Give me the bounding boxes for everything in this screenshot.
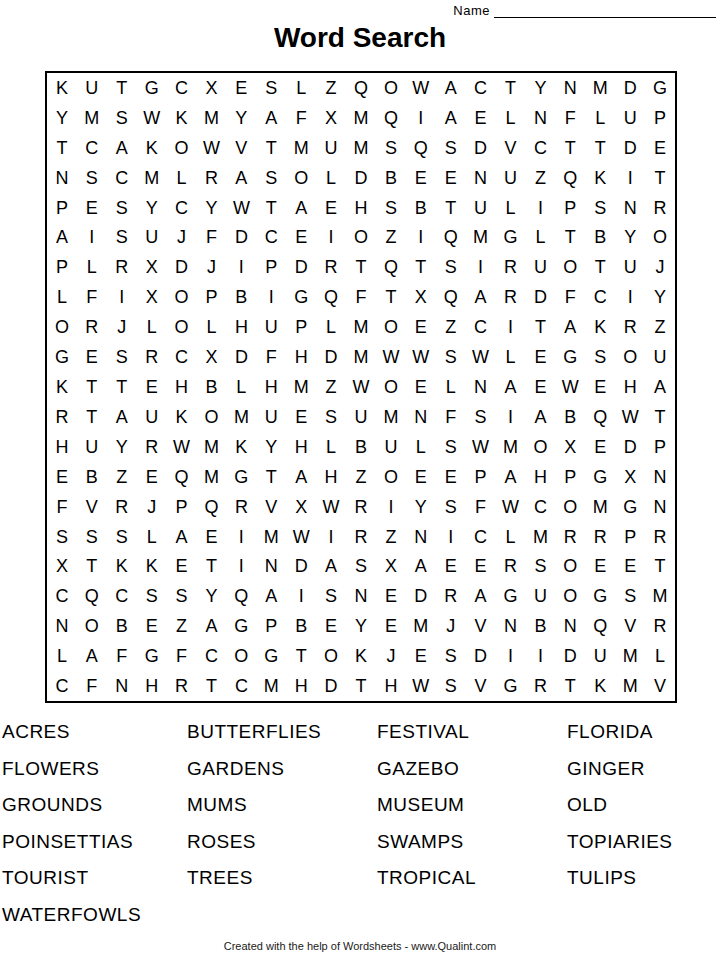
grid-cell-r19c6[interactable]: A (197, 611, 227, 641)
grid-cell-r21c19[interactable]: K (585, 671, 615, 701)
grid-cell-r17c20[interactable]: E (615, 551, 645, 581)
grid-cell-r2c11[interactable]: M (346, 103, 376, 133)
grid-cell-r8c12[interactable]: T (376, 282, 406, 312)
grid-cell-r15c7[interactable]: R (226, 492, 256, 522)
grid-cell-r9c4[interactable]: L (137, 312, 167, 342)
grid-cell-r11c15[interactable]: N (466, 372, 496, 402)
grid-cell-r2c1[interactable]: Y (47, 103, 77, 133)
grid-cell-r18c9[interactable]: I (286, 581, 316, 611)
grid-cell-r13c13[interactable]: L (406, 432, 436, 462)
grid-cell-r5c15[interactable]: U (466, 193, 496, 223)
grid-cell-r18c2[interactable]: Q (77, 581, 107, 611)
grid-cell-r17c21[interactable]: T (645, 551, 675, 581)
grid-cell-r18c8[interactable]: A (256, 581, 286, 611)
grid-cell-r3c13[interactable]: Q (406, 133, 436, 163)
grid-cell-r1c3[interactable]: T (107, 73, 137, 103)
grid-cell-r2c9[interactable]: F (286, 103, 316, 133)
grid-cell-r10c10[interactable]: D (316, 342, 346, 372)
grid-cell-r13c16[interactable]: M (496, 432, 526, 462)
grid-cell-r10c15[interactable]: W (466, 342, 496, 372)
grid-cell-r18c10[interactable]: S (316, 581, 346, 611)
grid-cell-r18c6[interactable]: Y (197, 581, 227, 611)
grid-cell-r14c19[interactable]: G (585, 462, 615, 492)
grid-cell-r17c1[interactable]: X (47, 551, 77, 581)
grid-cell-r1c18[interactable]: N (555, 73, 585, 103)
grid-cell-r6c20[interactable]: Y (615, 223, 645, 253)
grid-cell-r19c1[interactable]: N (47, 611, 77, 641)
grid-cell-r1c20[interactable]: D (615, 73, 645, 103)
grid-cell-r19c12[interactable]: E (376, 611, 406, 641)
grid-cell-r18c16[interactable]: G (496, 581, 526, 611)
grid-cell-r6c5[interactable]: J (167, 223, 197, 253)
grid-cell-r13c4[interactable]: R (137, 432, 167, 462)
grid-cell-r11c11[interactable]: W (346, 372, 376, 402)
grid-cell-r13c14[interactable]: S (436, 432, 466, 462)
grid-cell-r19c16[interactable]: N (496, 611, 526, 641)
grid-cell-r3c4[interactable]: K (137, 133, 167, 163)
grid-cell-r21c9[interactable]: H (286, 671, 316, 701)
grid-cell-r6c11[interactable]: O (346, 223, 376, 253)
grid-cell-r4c18[interactable]: Q (555, 163, 585, 193)
grid-cell-r21c14[interactable]: S (436, 671, 466, 701)
grid-cell-r5c5[interactable]: C (167, 193, 197, 223)
grid-cell-r9c12[interactable]: O (376, 312, 406, 342)
grid-cell-r18c13[interactable]: D (406, 581, 436, 611)
grid-cell-r14c4[interactable]: E (137, 462, 167, 492)
grid-cell-r16c16[interactable]: L (496, 522, 526, 552)
grid-cell-r3c9[interactable]: M (286, 133, 316, 163)
grid-cell-r13c2[interactable]: U (77, 432, 107, 462)
grid-cell-r17c12[interactable]: X (376, 551, 406, 581)
grid-cell-r4c13[interactable]: E (406, 163, 436, 193)
grid-cell-r21c5[interactable]: R (167, 671, 197, 701)
grid-cell-r3c21[interactable]: E (645, 133, 675, 163)
grid-cell-r17c6[interactable]: T (197, 551, 227, 581)
grid-cell-r9c11[interactable]: M (346, 312, 376, 342)
grid-cell-r13c9[interactable]: H (286, 432, 316, 462)
grid-cell-r21c3[interactable]: N (107, 671, 137, 701)
grid-cell-r5c17[interactable]: I (525, 193, 555, 223)
grid-cell-r4c21[interactable]: T (645, 163, 675, 193)
grid-cell-r20c21[interactable]: L (645, 641, 675, 671)
grid-cell-r14c6[interactable]: M (197, 462, 227, 492)
grid-cell-r4c12[interactable]: B (376, 163, 406, 193)
grid-cell-r16c2[interactable]: S (77, 522, 107, 552)
grid-cell-r12c21[interactable]: T (645, 402, 675, 432)
grid-cell-r7c13[interactable]: T (406, 252, 436, 282)
grid-cell-r17c17[interactable]: S (525, 551, 555, 581)
grid-cell-r18c17[interactable]: U (525, 581, 555, 611)
grid-cell-r21c2[interactable]: F (77, 671, 107, 701)
name-input-line[interactable] (494, 3, 716, 18)
grid-cell-r16c7[interactable]: I (226, 522, 256, 552)
grid-cell-r2c12[interactable]: Q (376, 103, 406, 133)
grid-cell-r1c16[interactable]: T (496, 73, 526, 103)
grid-cell-r8c16[interactable]: R (496, 282, 526, 312)
grid-cell-r14c8[interactable]: T (256, 462, 286, 492)
grid-cell-r11c16[interactable]: A (496, 372, 526, 402)
grid-cell-r12c3[interactable]: A (107, 402, 137, 432)
grid-cell-r5c12[interactable]: S (376, 193, 406, 223)
grid-cell-r12c12[interactable]: M (376, 402, 406, 432)
grid-cell-r9c10[interactable]: L (316, 312, 346, 342)
grid-cell-r11c14[interactable]: L (436, 372, 466, 402)
grid-cell-r15c15[interactable]: F (466, 492, 496, 522)
grid-cell-r3c1[interactable]: T (47, 133, 77, 163)
grid-cell-r13c5[interactable]: W (167, 432, 197, 462)
grid-cell-r10c19[interactable]: S (585, 342, 615, 372)
grid-cell-r11c3[interactable]: T (107, 372, 137, 402)
grid-cell-r13c7[interactable]: K (226, 432, 256, 462)
grid-cell-r13c15[interactable]: W (466, 432, 496, 462)
grid-cell-r3c19[interactable]: T (585, 133, 615, 163)
grid-cell-r6c14[interactable]: Q (436, 223, 466, 253)
grid-cell-r11c6[interactable]: B (197, 372, 227, 402)
grid-cell-r18c21[interactable]: M (645, 581, 675, 611)
grid-cell-r10c7[interactable]: D (226, 342, 256, 372)
grid-cell-r19c3[interactable]: B (107, 611, 137, 641)
grid-cell-r14c13[interactable]: E (406, 462, 436, 492)
grid-cell-r21c17[interactable]: R (525, 671, 555, 701)
grid-cell-r14c14[interactable]: E (436, 462, 466, 492)
grid-cell-r1c10[interactable]: Z (316, 73, 346, 103)
grid-cell-r3c8[interactable]: T (256, 133, 286, 163)
grid-cell-r1c4[interactable]: G (137, 73, 167, 103)
grid-cell-r9c19[interactable]: K (585, 312, 615, 342)
grid-cell-r15c1[interactable]: F (47, 492, 77, 522)
grid-cell-r4c17[interactable]: Z (525, 163, 555, 193)
grid-cell-r11c18[interactable]: W (555, 372, 585, 402)
grid-cell-r14c18[interactable]: P (555, 462, 585, 492)
grid-cell-r19c7[interactable]: G (226, 611, 256, 641)
grid-cell-r19c14[interactable]: J (436, 611, 466, 641)
grid-cell-r10c11[interactable]: M (346, 342, 376, 372)
grid-cell-r14c17[interactable]: H (525, 462, 555, 492)
grid-cell-r7c4[interactable]: X (137, 252, 167, 282)
grid-cell-r19c17[interactable]: B (525, 611, 555, 641)
grid-cell-r18c15[interactable]: A (466, 581, 496, 611)
grid-cell-r5c18[interactable]: P (555, 193, 585, 223)
grid-cell-r8c9[interactable]: G (286, 282, 316, 312)
grid-cell-r9c18[interactable]: A (555, 312, 585, 342)
grid-cell-r19c11[interactable]: Y (346, 611, 376, 641)
grid-cell-r20c20[interactable]: M (615, 641, 645, 671)
grid-cell-r1c1[interactable]: K (47, 73, 77, 103)
grid-cell-r20c16[interactable]: I (496, 641, 526, 671)
grid-cell-r16c5[interactable]: A (167, 522, 197, 552)
grid-cell-r1c21[interactable]: G (645, 73, 675, 103)
grid-cell-r4c4[interactable]: M (137, 163, 167, 193)
grid-cell-r17c3[interactable]: K (107, 551, 137, 581)
grid-cell-r7c7[interactable]: I (226, 252, 256, 282)
grid-cell-r2c10[interactable]: X (316, 103, 346, 133)
grid-cell-r21c1[interactable]: C (47, 671, 77, 701)
grid-cell-r2c2[interactable]: M (77, 103, 107, 133)
grid-cell-r18c1[interactable]: C (47, 581, 77, 611)
grid-cell-r3c15[interactable]: D (466, 133, 496, 163)
grid-cell-r13c12[interactable]: U (376, 432, 406, 462)
grid-cell-r19c2[interactable]: O (77, 611, 107, 641)
grid-cell-r8c17[interactable]: D (525, 282, 555, 312)
grid-cell-r15c13[interactable]: Y (406, 492, 436, 522)
grid-cell-r7c18[interactable]: O (555, 252, 585, 282)
grid-cell-r21c21[interactable]: V (645, 671, 675, 701)
grid-cell-r15c19[interactable]: M (585, 492, 615, 522)
grid-cell-r14c10[interactable]: H (316, 462, 346, 492)
grid-cell-r6c7[interactable]: D (226, 223, 256, 253)
grid-cell-r4c16[interactable]: U (496, 163, 526, 193)
grid-cell-r20c11[interactable]: K (346, 641, 376, 671)
grid-cell-r8c20[interactable]: I (615, 282, 645, 312)
grid-cell-r13c21[interactable]: P (645, 432, 675, 462)
grid-cell-r12c15[interactable]: S (466, 402, 496, 432)
grid-cell-r15c8[interactable]: V (256, 492, 286, 522)
grid-cell-r3c12[interactable]: S (376, 133, 406, 163)
grid-cell-r14c7[interactable]: G (226, 462, 256, 492)
grid-cell-r8c8[interactable]: I (256, 282, 286, 312)
grid-cell-r15c2[interactable]: V (77, 492, 107, 522)
grid-cell-r3c14[interactable]: S (436, 133, 466, 163)
grid-cell-r13c18[interactable]: X (555, 432, 585, 462)
grid-cell-r19c8[interactable]: P (256, 611, 286, 641)
grid-cell-r6c9[interactable]: E (286, 223, 316, 253)
grid-cell-r19c5[interactable]: Z (167, 611, 197, 641)
grid-cell-r4c5[interactable]: L (167, 163, 197, 193)
grid-cell-r9c7[interactable]: H (226, 312, 256, 342)
grid-cell-r10c12[interactable]: W (376, 342, 406, 372)
grid-cell-r4c3[interactable]: C (107, 163, 137, 193)
grid-cell-r10c20[interactable]: O (615, 342, 645, 372)
grid-cell-r20c3[interactable]: F (107, 641, 137, 671)
grid-cell-r18c19[interactable]: G (585, 581, 615, 611)
grid-cell-r3c5[interactable]: O (167, 133, 197, 163)
grid-cell-r16c4[interactable]: L (137, 522, 167, 552)
grid-cell-r11c4[interactable]: E (137, 372, 167, 402)
grid-cell-r21c6[interactable]: T (197, 671, 227, 701)
grid-cell-r2c4[interactable]: W (137, 103, 167, 133)
grid-cell-r10c3[interactable]: S (107, 342, 137, 372)
grid-cell-r5c14[interactable]: T (436, 193, 466, 223)
grid-cell-r2c18[interactable]: F (555, 103, 585, 133)
grid-cell-r7c2[interactable]: L (77, 252, 107, 282)
grid-cell-r9c8[interactable]: U (256, 312, 286, 342)
grid-cell-r20c19[interactable]: U (585, 641, 615, 671)
grid-cell-r17c11[interactable]: S (346, 551, 376, 581)
grid-cell-r11c9[interactable]: M (286, 372, 316, 402)
grid-cell-r12c18[interactable]: B (555, 402, 585, 432)
grid-cell-r15c20[interactable]: G (615, 492, 645, 522)
grid-cell-r17c9[interactable]: D (286, 551, 316, 581)
grid-cell-r3c7[interactable]: V (226, 133, 256, 163)
grid-cell-r20c1[interactable]: L (47, 641, 77, 671)
grid-cell-r2c19[interactable]: L (585, 103, 615, 133)
grid-cell-r5c3[interactable]: S (107, 193, 137, 223)
grid-cell-r11c17[interactable]: E (525, 372, 555, 402)
grid-cell-r2c21[interactable]: P (645, 103, 675, 133)
grid-cell-r6c6[interactable]: F (197, 223, 227, 253)
grid-cell-r8c19[interactable]: C (585, 282, 615, 312)
grid-cell-r6c13[interactable]: I (406, 223, 436, 253)
grid-cell-r16c14[interactable]: I (436, 522, 466, 552)
grid-cell-r5c13[interactable]: B (406, 193, 436, 223)
grid-cell-r6c15[interactable]: M (466, 223, 496, 253)
grid-cell-r18c4[interactable]: S (137, 581, 167, 611)
grid-cell-r10c14[interactable]: S (436, 342, 466, 372)
grid-cell-r1c6[interactable]: X (197, 73, 227, 103)
grid-cell-r18c20[interactable]: S (615, 581, 645, 611)
grid-cell-r7c1[interactable]: P (47, 252, 77, 282)
grid-cell-r15c12[interactable]: I (376, 492, 406, 522)
grid-cell-r7c21[interactable]: J (645, 252, 675, 282)
grid-cell-r19c21[interactable]: R (645, 611, 675, 641)
grid-cell-r10c18[interactable]: G (555, 342, 585, 372)
grid-cell-r6c2[interactable]: I (77, 223, 107, 253)
grid-cell-r16c9[interactable]: W (286, 522, 316, 552)
grid-cell-r15c3[interactable]: R (107, 492, 137, 522)
grid-cell-r20c7[interactable]: O (226, 641, 256, 671)
grid-cell-r13c17[interactable]: O (525, 432, 555, 462)
grid-cell-r10c17[interactable]: E (525, 342, 555, 372)
grid-cell-r17c15[interactable]: E (466, 551, 496, 581)
grid-cell-r16c17[interactable]: M (525, 522, 555, 552)
grid-cell-r7c15[interactable]: I (466, 252, 496, 282)
grid-cell-r5c1[interactable]: P (47, 193, 77, 223)
grid-cell-r13c19[interactable]: E (585, 432, 615, 462)
grid-cell-r7c6[interactable]: J (197, 252, 227, 282)
grid-cell-r13c8[interactable]: Y (256, 432, 286, 462)
grid-cell-r18c12[interactable]: E (376, 581, 406, 611)
grid-cell-r15c6[interactable]: Q (197, 492, 227, 522)
grid-cell-r15c18[interactable]: O (555, 492, 585, 522)
grid-cell-r16c3[interactable]: S (107, 522, 137, 552)
grid-cell-r12c7[interactable]: M (226, 402, 256, 432)
grid-cell-r5c11[interactable]: H (346, 193, 376, 223)
grid-cell-r21c15[interactable]: V (466, 671, 496, 701)
grid-cell-r7c19[interactable]: T (585, 252, 615, 282)
grid-cell-r9c15[interactable]: C (466, 312, 496, 342)
grid-cell-r4c14[interactable]: E (436, 163, 466, 193)
grid-cell-r21c4[interactable]: H (137, 671, 167, 701)
grid-cell-r21c20[interactable]: M (615, 671, 645, 701)
grid-cell-r8c18[interactable]: F (555, 282, 585, 312)
grid-cell-r7c11[interactable]: T (346, 252, 376, 282)
grid-cell-r8c5[interactable]: O (167, 282, 197, 312)
grid-cell-r10c16[interactable]: L (496, 342, 526, 372)
grid-cell-r3c3[interactable]: A (107, 133, 137, 163)
grid-cell-r21c12[interactable]: H (376, 671, 406, 701)
grid-cell-r15c16[interactable]: W (496, 492, 526, 522)
grid-cell-r10c1[interactable]: G (47, 342, 77, 372)
grid-cell-r7c17[interactable]: U (525, 252, 555, 282)
grid-cell-r16c10[interactable]: I (316, 522, 346, 552)
grid-cell-r3c16[interactable]: V (496, 133, 526, 163)
grid-cell-r10c9[interactable]: H (286, 342, 316, 372)
grid-cell-r15c9[interactable]: X (286, 492, 316, 522)
grid-cell-r9c17[interactable]: T (525, 312, 555, 342)
grid-cell-r4c1[interactable]: N (47, 163, 77, 193)
grid-cell-r16c1[interactable]: S (47, 522, 77, 552)
grid-cell-r16c13[interactable]: N (406, 522, 436, 552)
grid-cell-r20c6[interactable]: C (197, 641, 227, 671)
grid-cell-r20c9[interactable]: T (286, 641, 316, 671)
grid-cell-r6c18[interactable]: T (555, 223, 585, 253)
grid-cell-r15c5[interactable]: P (167, 492, 197, 522)
grid-cell-r20c8[interactable]: G (256, 641, 286, 671)
grid-cell-r19c13[interactable]: M (406, 611, 436, 641)
grid-cell-r18c11[interactable]: N (346, 581, 376, 611)
grid-cell-r11c8[interactable]: H (256, 372, 286, 402)
grid-cell-r4c9[interactable]: O (286, 163, 316, 193)
grid-cell-r5c6[interactable]: Y (197, 193, 227, 223)
grid-cell-r20c4[interactable]: G (137, 641, 167, 671)
grid-cell-r9c13[interactable]: E (406, 312, 436, 342)
grid-cell-r19c15[interactable]: V (466, 611, 496, 641)
grid-cell-r11c5[interactable]: H (167, 372, 197, 402)
grid-cell-r8c4[interactable]: X (137, 282, 167, 312)
grid-cell-r16c21[interactable]: R (645, 522, 675, 552)
grid-cell-r8c1[interactable]: L (47, 282, 77, 312)
grid-cell-r11c2[interactable]: T (77, 372, 107, 402)
grid-cell-r12c19[interactable]: Q (585, 402, 615, 432)
grid-cell-r8c21[interactable]: Y (645, 282, 675, 312)
grid-cell-r21c11[interactable]: T (346, 671, 376, 701)
grid-cell-r14c20[interactable]: X (615, 462, 645, 492)
grid-cell-r17c13[interactable]: A (406, 551, 436, 581)
grid-cell-r7c20[interactable]: U (615, 252, 645, 282)
grid-cell-r7c9[interactable]: D (286, 252, 316, 282)
grid-cell-r20c10[interactable]: O (316, 641, 346, 671)
grid-cell-r1c2[interactable]: U (77, 73, 107, 103)
grid-cell-r9c5[interactable]: O (167, 312, 197, 342)
grid-cell-r17c8[interactable]: N (256, 551, 286, 581)
grid-cell-r17c10[interactable]: A (316, 551, 346, 581)
grid-cell-r7c8[interactable]: P (256, 252, 286, 282)
grid-cell-r19c9[interactable]: B (286, 611, 316, 641)
grid-cell-r3c20[interactable]: D (615, 133, 645, 163)
grid-cell-r8c11[interactable]: F (346, 282, 376, 312)
grid-cell-r20c12[interactable]: J (376, 641, 406, 671)
grid-cell-r1c5[interactable]: C (167, 73, 197, 103)
grid-cell-r12c13[interactable]: N (406, 402, 436, 432)
grid-cell-r7c14[interactable]: S (436, 252, 466, 282)
grid-cell-r11c1[interactable]: K (47, 372, 77, 402)
grid-cell-r14c11[interactable]: Z (346, 462, 376, 492)
grid-cell-r12c16[interactable]: I (496, 402, 526, 432)
grid-cell-r19c19[interactable]: Q (585, 611, 615, 641)
grid-cell-r13c6[interactable]: M (197, 432, 227, 462)
grid-cell-r5c20[interactable]: N (615, 193, 645, 223)
grid-cell-r21c16[interactable]: G (496, 671, 526, 701)
grid-cell-r8c14[interactable]: Q (436, 282, 466, 312)
grid-cell-r8c15[interactable]: A (466, 282, 496, 312)
grid-cell-r7c10[interactable]: R (316, 252, 346, 282)
grid-cell-r17c2[interactable]: T (77, 551, 107, 581)
grid-cell-r13c1[interactable]: H (47, 432, 77, 462)
grid-cell-r11c21[interactable]: A (645, 372, 675, 402)
grid-cell-r8c7[interactable]: B (226, 282, 256, 312)
grid-cell-r11c19[interactable]: E (585, 372, 615, 402)
grid-cell-r5c19[interactable]: S (585, 193, 615, 223)
grid-cell-r6c12[interactable]: Z (376, 223, 406, 253)
grid-cell-r21c10[interactable]: D (316, 671, 346, 701)
grid-cell-r5c16[interactable]: L (496, 193, 526, 223)
grid-cell-r4c8[interactable]: S (256, 163, 286, 193)
grid-cell-r14c5[interactable]: Q (167, 462, 197, 492)
grid-cell-r12c10[interactable]: S (316, 402, 346, 432)
grid-cell-r18c5[interactable]: S (167, 581, 197, 611)
grid-cell-r10c2[interactable]: E (77, 342, 107, 372)
grid-cell-r2c14[interactable]: A (436, 103, 466, 133)
